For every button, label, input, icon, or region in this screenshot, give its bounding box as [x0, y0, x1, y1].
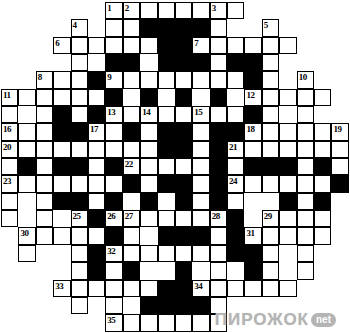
cell-4-16-outside: [279, 71, 296, 88]
cell-2-6[interactable]: [105, 37, 122, 54]
cell-2-12[interactable]: [210, 37, 227, 54]
cell-12-2[interactable]: [36, 210, 53, 227]
cell-10-3[interactable]: [53, 175, 70, 192]
cell-16-12[interactable]: [210, 280, 227, 297]
cell-12-8[interactable]: [140, 210, 157, 227]
cell-10-10-black: [175, 175, 192, 192]
cell-11-12-black: [210, 193, 227, 210]
cell-10-1[interactable]: [18, 175, 35, 192]
cell-11-13[interactable]: [227, 193, 244, 210]
cell-11-11[interactable]: [192, 193, 209, 210]
cell-13-16[interactable]: [279, 227, 296, 244]
cell-4-15[interactable]: [262, 71, 279, 88]
cell-7-17[interactable]: [297, 123, 314, 140]
cell-15-9-outside: [158, 262, 175, 279]
cell-9-16-black: [279, 158, 296, 175]
cell-1-11-black: [192, 19, 209, 36]
cell-7-16[interactable]: [279, 123, 296, 140]
cell-6-12[interactable]: [210, 106, 227, 123]
cell-0-3-outside: [53, 2, 70, 19]
cell-0-0-outside: [1, 2, 18, 19]
cell-14-14-black: [244, 245, 261, 262]
cell-14-3-outside: [53, 245, 70, 262]
cell-8-15[interactable]: [262, 141, 279, 158]
cell-4-12[interactable]: [210, 71, 227, 88]
cell-2-14[interactable]: [244, 37, 261, 54]
cell-12-6[interactable]: 26: [105, 210, 122, 227]
cell-2-3[interactable]: 6: [53, 37, 70, 54]
cell-2-7[interactable]: [123, 37, 140, 54]
cell-12-13-black: [227, 210, 244, 227]
cell-15-18-outside: [314, 262, 331, 279]
cell-8-3[interactable]: [53, 141, 70, 158]
cell-10-8[interactable]: [140, 175, 157, 192]
cell-10-13[interactable]: 24: [227, 175, 244, 192]
cell-5-6-black: [105, 89, 122, 106]
cell-9-17[interactable]: [297, 158, 314, 175]
cell-11-6-black: [105, 193, 122, 210]
cell-10-9-black: [158, 175, 175, 192]
clue-number-8: 8: [38, 72, 42, 82]
cell-7-1[interactable]: [18, 123, 35, 140]
cell-11-2[interactable]: [36, 193, 53, 210]
cell-13-2[interactable]: [36, 227, 53, 244]
cell-18-10[interactable]: [175, 314, 192, 331]
cell-0-1-outside: [18, 2, 35, 19]
cell-6-7[interactable]: [123, 106, 140, 123]
cell-11-14-outside: [244, 193, 261, 210]
cell-12-14-outside: [244, 210, 261, 227]
cell-7-13-black: [227, 123, 244, 140]
crossword-page: 1234567891011121314151617181920212223242…: [0, 0, 350, 333]
cell-5-11-outside: [192, 89, 209, 106]
cell-16-5[interactable]: [88, 280, 105, 297]
cell-10-19-black: [331, 175, 348, 192]
cell-8-7[interactable]: [123, 141, 140, 158]
cell-1-6[interactable]: [105, 19, 122, 36]
cell-4-18-outside: [314, 71, 331, 88]
cell-11-0[interactable]: [1, 193, 18, 210]
cell-17-6[interactable]: [105, 297, 122, 314]
cell-8-6[interactable]: [105, 141, 122, 158]
cell-12-12[interactable]: 28: [210, 210, 227, 227]
cell-5-1[interactable]: [18, 89, 35, 106]
cell-15-1-outside: [18, 262, 35, 279]
cell-9-13[interactable]: [227, 158, 244, 175]
cell-7-15[interactable]: [262, 123, 279, 140]
cell-6-2[interactable]: [36, 106, 53, 123]
cell-16-1-outside: [18, 280, 35, 297]
cell-9-7[interactable]: 22: [123, 158, 140, 175]
cell-15-15[interactable]: [262, 262, 279, 279]
cell-16-16[interactable]: [279, 280, 296, 297]
cell-8-11[interactable]: [192, 141, 209, 158]
cell-6-15[interactable]: [262, 106, 279, 123]
cell-6-4[interactable]: [71, 106, 88, 123]
cell-10-15[interactable]: [262, 175, 279, 192]
cell-10-4[interactable]: [71, 175, 88, 192]
cell-7-9-black: [158, 123, 175, 140]
cell-8-17[interactable]: [297, 141, 314, 158]
cell-10-14[interactable]: [244, 175, 261, 192]
cell-3-7-black: [123, 54, 140, 71]
cell-11-17[interactable]: [297, 193, 314, 210]
cell-14-4[interactable]: [71, 245, 88, 262]
cell-3-3-outside: [53, 54, 70, 71]
cell-0-11[interactable]: [192, 2, 209, 19]
cell-0-4-outside: [71, 2, 88, 19]
cell-5-2[interactable]: [36, 89, 53, 106]
cell-2-11[interactable]: 7: [192, 37, 209, 54]
cell-18-9[interactable]: [158, 314, 175, 331]
clue-number-34: 34: [194, 281, 202, 291]
cell-5-8-black: [140, 89, 157, 106]
cell-13-15[interactable]: [262, 227, 279, 244]
cell-2-16[interactable]: [279, 37, 296, 54]
watermark-net-badge: net: [311, 313, 336, 327]
cell-9-9[interactable]: [158, 158, 175, 175]
cell-8-0[interactable]: 20: [1, 141, 18, 158]
cell-6-13[interactable]: [227, 106, 244, 123]
clue-number-12: 12: [246, 90, 254, 100]
cell-18-8[interactable]: [140, 314, 157, 331]
cell-7-3-black: [53, 123, 70, 140]
cell-12-11[interactable]: [192, 210, 209, 227]
cell-5-16[interactable]: [279, 89, 296, 106]
cell-15-12[interactable]: [210, 262, 227, 279]
cell-8-16[interactable]: [279, 141, 296, 158]
cell-12-9[interactable]: [158, 210, 175, 227]
cell-17-11-black: [192, 297, 209, 314]
cell-17-5-outside: [88, 297, 105, 314]
cell-14-0-outside: [1, 245, 18, 262]
cell-7-19[interactable]: 19: [331, 123, 348, 140]
cell-16-19-outside: [331, 280, 348, 297]
cell-3-14-black: [244, 54, 261, 71]
cell-8-18[interactable]: [314, 141, 331, 158]
cell-8-19[interactable]: [331, 141, 348, 158]
clue-number-16: 16: [3, 124, 11, 134]
cell-7-8[interactable]: [140, 123, 157, 140]
cell-12-17[interactable]: [297, 210, 314, 227]
cell-10-0[interactable]: 23: [1, 175, 18, 192]
clue-number-9: 9: [107, 72, 111, 82]
cell-16-8[interactable]: [140, 280, 157, 297]
cell-8-12-black: [210, 141, 227, 158]
cell-4-17[interactable]: 10: [297, 71, 314, 88]
cell-16-9-black: [158, 280, 175, 297]
cell-5-15[interactable]: [262, 89, 279, 106]
cell-9-18-black: [314, 158, 331, 175]
cell-7-10-black: [175, 123, 192, 140]
cell-2-15[interactable]: [262, 37, 279, 54]
cell-4-11[interactable]: [192, 71, 209, 88]
cell-6-1-outside: [18, 106, 35, 123]
cell-8-2[interactable]: [36, 141, 53, 158]
cell-14-18-outside: [314, 245, 331, 262]
cell-6-8[interactable]: 14: [140, 106, 157, 123]
cell-10-16[interactable]: [279, 175, 296, 192]
cell-5-4[interactable]: [71, 89, 88, 106]
cell-8-5[interactable]: [88, 141, 105, 158]
cell-16-3[interactable]: 33: [53, 280, 70, 297]
cell-6-10[interactable]: [175, 106, 192, 123]
clue-number-24: 24: [229, 176, 237, 186]
cell-10-12-black: [210, 175, 227, 192]
cell-4-14-black: [244, 71, 261, 88]
cell-7-5[interactable]: 17: [88, 123, 105, 140]
cell-4-3[interactable]: [53, 71, 70, 88]
cell-10-17[interactable]: [297, 175, 314, 192]
cell-13-1[interactable]: 30: [18, 227, 35, 244]
cell-16-18-outside: [314, 280, 331, 297]
cell-0-10[interactable]: [175, 2, 192, 19]
cell-12-0[interactable]: [1, 210, 18, 227]
cell-1-15[interactable]: 5: [262, 19, 279, 36]
cell-4-13[interactable]: [227, 71, 244, 88]
cell-2-9-black: [158, 37, 175, 54]
cell-13-12[interactable]: [210, 227, 227, 244]
cell-13-14[interactable]: 31: [244, 227, 261, 244]
cell-11-16-black: [279, 193, 296, 210]
cell-13-3[interactable]: [53, 227, 70, 244]
cell-13-19-outside: [331, 227, 348, 244]
cell-13-4[interactable]: [71, 227, 88, 244]
cell-0-13[interactable]: [227, 2, 244, 19]
cell-12-7[interactable]: 27: [123, 210, 140, 227]
cell-3-4[interactable]: [71, 54, 88, 71]
cell-13-5[interactable]: [88, 227, 105, 244]
cell-5-5[interactable]: [88, 89, 105, 106]
cell-17-1-outside: [18, 297, 35, 314]
cell-15-16-outside: [279, 262, 296, 279]
cell-4-4[interactable]: [71, 71, 88, 88]
cell-15-8-outside: [140, 262, 157, 279]
cell-12-3-outside: [53, 210, 70, 227]
cell-14-7[interactable]: [123, 245, 140, 262]
cell-0-7[interactable]: 2: [123, 2, 140, 19]
cell-5-3[interactable]: [53, 89, 70, 106]
cell-6-9[interactable]: [158, 106, 175, 123]
cell-7-14[interactable]: 18: [244, 123, 261, 140]
cell-11-7-outside: [123, 193, 140, 210]
cell-18-11[interactable]: [192, 314, 209, 331]
cell-7-12-black: [210, 123, 227, 140]
cell-4-9[interactable]: [158, 71, 175, 88]
cell-15-14-black: [244, 262, 261, 279]
cell-2-0-outside: [1, 37, 18, 54]
cell-7-7-black: [123, 123, 140, 140]
cell-7-4-black: [71, 123, 88, 140]
clue-number-33: 33: [55, 281, 63, 291]
cell-4-8[interactable]: [140, 71, 157, 88]
cell-9-15-black: [262, 158, 279, 175]
cell-16-4[interactable]: [71, 280, 88, 297]
cell-9-0[interactable]: [1, 158, 18, 175]
cell-4-5-black: [88, 71, 105, 88]
cell-14-11[interactable]: [192, 245, 209, 262]
clue-number-5: 5: [264, 20, 268, 30]
cell-16-15[interactable]: [262, 280, 279, 297]
cell-2-2-outside: [36, 37, 53, 54]
cell-10-5[interactable]: [88, 175, 105, 192]
cell-16-7[interactable]: [123, 280, 140, 297]
cell-18-6[interactable]: 35: [105, 314, 122, 331]
cell-15-19-outside: [331, 262, 348, 279]
cell-0-8[interactable]: [140, 2, 157, 19]
clue-number-25: 25: [73, 211, 81, 221]
cell-0-16-outside: [279, 2, 296, 19]
cell-5-9-outside: [158, 89, 175, 106]
cell-8-1[interactable]: [18, 141, 35, 158]
clue-number-1: 1: [107, 3, 111, 13]
cell-6-11[interactable]: 15: [192, 106, 209, 123]
cell-14-2-outside: [36, 245, 53, 262]
cell-9-10[interactable]: [175, 158, 192, 175]
cell-9-3-black: [53, 158, 70, 175]
cell-1-9-black: [158, 19, 175, 36]
cell-17-2-outside: [36, 297, 53, 314]
cell-16-6[interactable]: [105, 280, 122, 297]
cell-13-18[interactable]: [314, 227, 331, 244]
cell-6-18-outside: [314, 106, 331, 123]
cell-6-0[interactable]: [1, 106, 18, 123]
cell-18-1-outside: [18, 314, 35, 331]
cell-7-2[interactable]: [36, 123, 53, 140]
cell-9-2[interactable]: [36, 158, 53, 175]
cell-8-8[interactable]: [140, 141, 157, 158]
cell-3-12[interactable]: [210, 54, 227, 71]
cell-2-19-outside: [331, 37, 348, 54]
cell-4-6[interactable]: 9: [105, 71, 122, 88]
cell-2-13[interactable]: [227, 37, 244, 54]
cell-12-4[interactable]: 25: [71, 210, 88, 227]
cell-14-9[interactable]: [158, 245, 175, 262]
cell-5-18[interactable]: [314, 89, 331, 106]
clue-number-17: 17: [90, 124, 98, 134]
cell-14-16-outside: [279, 245, 296, 262]
cell-6-6[interactable]: 13: [105, 106, 122, 123]
cell-0-6[interactable]: 1: [105, 2, 122, 19]
cell-3-16-outside: [279, 54, 296, 71]
cell-16-13[interactable]: [227, 280, 244, 297]
cell-14-6[interactable]: 32: [105, 245, 122, 262]
cell-11-4-black: [71, 193, 88, 210]
cell-17-3-outside: [53, 297, 70, 314]
cell-9-4-black: [71, 158, 88, 175]
cell-2-8[interactable]: [140, 37, 157, 54]
cell-18-4-outside: [71, 314, 88, 331]
cell-14-17[interactable]: [297, 245, 314, 262]
cell-15-0-outside: [1, 262, 18, 279]
cell-10-2[interactable]: [36, 175, 53, 192]
cell-0-12[interactable]: 3: [210, 2, 227, 19]
cell-17-8-black: [140, 297, 157, 314]
cell-11-3-black: [53, 193, 70, 210]
cell-2-17-outside: [297, 37, 314, 54]
cell-9-19[interactable]: [331, 158, 348, 175]
cell-16-14[interactable]: [244, 280, 261, 297]
cell-0-9[interactable]: [158, 2, 175, 19]
cell-4-1-outside: [18, 71, 35, 88]
cell-4-7[interactable]: [123, 71, 140, 88]
cell-12-10[interactable]: [175, 210, 192, 227]
cell-2-4[interactable]: [71, 37, 88, 54]
cell-17-4[interactable]: [71, 297, 88, 314]
cell-12-18[interactable]: [314, 210, 331, 227]
cell-9-8[interactable]: [140, 158, 157, 175]
cell-7-18[interactable]: [314, 123, 331, 140]
cell-12-16[interactable]: [279, 210, 296, 227]
cell-15-6[interactable]: [105, 262, 122, 279]
cell-12-15[interactable]: 29: [262, 210, 279, 227]
cell-9-5[interactable]: [88, 158, 105, 175]
clue-number-19: 19: [333, 124, 341, 134]
cell-15-11-outside: [192, 262, 209, 279]
cell-3-6-black: [105, 54, 122, 71]
cell-14-8[interactable]: [140, 245, 157, 262]
cell-8-13[interactable]: 21: [227, 141, 244, 158]
clue-number-15: 15: [194, 107, 202, 117]
cell-3-18-outside: [314, 54, 331, 71]
cell-10-18[interactable]: [314, 175, 331, 192]
cell-1-4[interactable]: 4: [71, 19, 88, 36]
cell-18-7[interactable]: [123, 314, 140, 331]
cell-7-11[interactable]: [192, 123, 209, 140]
cell-5-17[interactable]: [297, 89, 314, 106]
clue-number-13: 13: [107, 107, 115, 117]
cell-6-17[interactable]: [297, 106, 314, 123]
cell-4-2[interactable]: 8: [36, 71, 53, 88]
cell-14-12[interactable]: [210, 245, 227, 262]
cell-5-14[interactable]: 12: [244, 89, 261, 106]
cell-7-0[interactable]: 16: [1, 123, 18, 140]
cell-7-6[interactable]: [105, 123, 122, 140]
cell-5-0[interactable]: 11: [1, 89, 18, 106]
cell-8-4[interactable]: [71, 141, 88, 158]
cell-17-9-black: [158, 297, 175, 314]
cell-1-7[interactable]: [123, 19, 140, 36]
cell-10-6[interactable]: [105, 175, 122, 192]
cell-15-17[interactable]: [297, 262, 314, 279]
cell-1-8-black: [140, 19, 157, 36]
cell-16-17-outside: [297, 280, 314, 297]
cell-13-17[interactable]: [297, 227, 314, 244]
cell-3-2-outside: [36, 54, 53, 71]
cell-10-11[interactable]: [192, 175, 209, 192]
cell-8-14[interactable]: [244, 141, 261, 158]
cell-11-5[interactable]: [88, 193, 105, 210]
cell-3-15[interactable]: [262, 54, 279, 71]
cell-13-7[interactable]: [123, 227, 140, 244]
cell-9-11[interactable]: [192, 158, 209, 175]
cell-18-3-outside: [53, 314, 70, 331]
cell-14-1[interactable]: [18, 245, 35, 262]
cell-2-5[interactable]: [88, 37, 105, 54]
cell-16-11[interactable]: 34: [192, 280, 209, 297]
cell-0-15-outside: [262, 2, 279, 19]
watermark: ПИРОЖОК net: [215, 310, 336, 330]
cell-13-13-black: [227, 227, 244, 244]
cell-15-4[interactable]: [71, 262, 88, 279]
cell-4-10[interactable]: [175, 71, 192, 88]
cell-1-12[interactable]: [210, 19, 227, 36]
cell-10-7-black: [123, 175, 140, 192]
cell-14-15[interactable]: [262, 245, 279, 262]
cell-5-10-black: [175, 89, 192, 106]
cell-14-10[interactable]: [175, 245, 192, 262]
cell-1-10-black: [175, 19, 192, 36]
